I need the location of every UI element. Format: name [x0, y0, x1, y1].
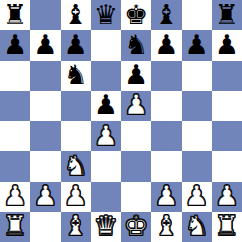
square-f4[interactable] [151, 121, 181, 151]
square-e7[interactable]: ♞ [121, 30, 151, 60]
square-h8[interactable]: ♜ [212, 0, 242, 30]
square-b6[interactable] [30, 61, 60, 91]
square-f7[interactable]: ♟ [151, 30, 181, 60]
white-pawn[interactable]: ♟ [94, 122, 118, 149]
square-b3[interactable] [30, 151, 60, 181]
square-d1[interactable]: ♛ [91, 212, 121, 242]
square-a7[interactable]: ♟ [0, 30, 30, 60]
square-c2[interactable]: ♟ [61, 182, 91, 212]
black-pawn[interactable]: ♟ [94, 91, 118, 118]
black-bishop[interactable]: ♝ [154, 1, 178, 28]
square-g2[interactable]: ♟ [182, 182, 212, 212]
square-h4[interactable] [212, 121, 242, 151]
square-e5[interactable]: ♟ [121, 91, 151, 121]
square-e8[interactable]: ♚ [121, 0, 151, 30]
white-pawn[interactable]: ♟ [33, 182, 57, 209]
square-b7[interactable]: ♟ [30, 30, 60, 60]
square-h7[interactable]: ♟ [212, 30, 242, 60]
square-g4[interactable] [182, 121, 212, 151]
black-pawn[interactable]: ♟ [33, 31, 57, 58]
square-c5[interactable] [61, 91, 91, 121]
white-rook[interactable]: ♜ [215, 212, 239, 239]
black-rook[interactable]: ♜ [215, 1, 239, 28]
white-bishop[interactable]: ♝ [64, 212, 88, 239]
square-g1[interactable]: ♞ [182, 212, 212, 242]
black-pawn[interactable]: ♟ [64, 31, 88, 58]
square-a1[interactable]: ♜ [0, 212, 30, 242]
black-pawn[interactable]: ♟ [124, 61, 148, 88]
square-g3[interactable] [182, 151, 212, 181]
square-d3[interactable] [91, 151, 121, 181]
square-c6[interactable]: ♞ [61, 61, 91, 91]
square-h6[interactable] [212, 61, 242, 91]
square-a4[interactable] [0, 121, 30, 151]
square-e3[interactable] [121, 151, 151, 181]
square-b2[interactable]: ♟ [30, 182, 60, 212]
square-f6[interactable] [151, 61, 181, 91]
black-pawn[interactable]: ♟ [3, 31, 27, 58]
black-pawn[interactable]: ♟ [185, 31, 209, 58]
square-g6[interactable] [182, 61, 212, 91]
black-bishop[interactable]: ♝ [64, 1, 88, 28]
square-b8[interactable] [30, 0, 60, 30]
white-queen[interactable]: ♛ [94, 212, 118, 239]
black-knight[interactable]: ♞ [64, 61, 88, 88]
square-f2[interactable]: ♟ [151, 182, 181, 212]
square-b5[interactable] [30, 91, 60, 121]
square-c1[interactable]: ♝ [61, 212, 91, 242]
square-f5[interactable] [151, 91, 181, 121]
square-d7[interactable] [91, 30, 121, 60]
square-e4[interactable] [121, 121, 151, 151]
square-h3[interactable] [212, 151, 242, 181]
black-rook[interactable]: ♜ [3, 1, 27, 28]
square-b4[interactable] [30, 121, 60, 151]
square-e1[interactable]: ♚ [121, 212, 151, 242]
square-d5[interactable]: ♟ [91, 91, 121, 121]
black-pawn[interactable]: ♟ [154, 31, 178, 58]
white-pawn[interactable]: ♟ [3, 182, 27, 209]
square-a3[interactable] [0, 151, 30, 181]
square-d8[interactable]: ♛ [91, 0, 121, 30]
square-f3[interactable] [151, 151, 181, 181]
square-e2[interactable] [121, 182, 151, 212]
white-rook[interactable]: ♜ [3, 212, 27, 239]
square-d6[interactable] [91, 61, 121, 91]
square-c8[interactable]: ♝ [61, 0, 91, 30]
square-f8[interactable]: ♝ [151, 0, 181, 30]
square-h1[interactable]: ♜ [212, 212, 242, 242]
square-c3[interactable]: ♞ [61, 151, 91, 181]
square-e6[interactable]: ♟ [121, 61, 151, 91]
square-h5[interactable] [212, 91, 242, 121]
square-g8[interactable] [182, 0, 212, 30]
square-h2[interactable]: ♟ [212, 182, 242, 212]
white-knight[interactable]: ♞ [185, 212, 209, 239]
square-g5[interactable] [182, 91, 212, 121]
black-king[interactable]: ♚ [124, 1, 148, 28]
white-pawn[interactable]: ♟ [154, 182, 178, 209]
chess-board: ♜♝♛♚♝♜♟♟♟♞♟♟♟♞♟♟♟♟♞♟♟♟♟♟♟♜♝♛♚♝♞♜ [0, 0, 242, 242]
white-pawn[interactable]: ♟ [215, 182, 239, 209]
square-b1[interactable] [30, 212, 60, 242]
square-f1[interactable]: ♝ [151, 212, 181, 242]
square-a5[interactable] [0, 91, 30, 121]
square-a6[interactable] [0, 61, 30, 91]
white-pawn[interactable]: ♟ [124, 91, 148, 118]
white-pawn[interactable]: ♟ [64, 182, 88, 209]
square-d4[interactable]: ♟ [91, 121, 121, 151]
white-king[interactable]: ♚ [124, 212, 148, 239]
white-pawn[interactable]: ♟ [185, 182, 209, 209]
square-g7[interactable]: ♟ [182, 30, 212, 60]
black-knight[interactable]: ♞ [124, 31, 148, 58]
square-a2[interactable]: ♟ [0, 182, 30, 212]
square-c4[interactable] [61, 121, 91, 151]
square-d2[interactable] [91, 182, 121, 212]
white-bishop[interactable]: ♝ [154, 212, 178, 239]
square-c7[interactable]: ♟ [61, 30, 91, 60]
black-pawn[interactable]: ♟ [215, 31, 239, 58]
black-queen[interactable]: ♛ [94, 1, 118, 28]
square-a8[interactable]: ♜ [0, 0, 30, 30]
white-knight[interactable]: ♞ [64, 152, 88, 179]
